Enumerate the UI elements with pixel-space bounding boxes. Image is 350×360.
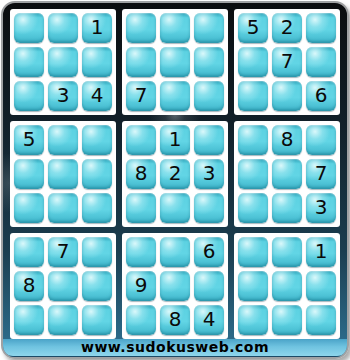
cell-r7c5[interactable] xyxy=(160,237,190,267)
box-3-1: 78 xyxy=(10,233,116,339)
cell-r9c4[interactable] xyxy=(126,305,156,335)
cell-r3c6[interactable] xyxy=(194,81,224,111)
cell-r1c8[interactable]: 2 xyxy=(272,13,302,43)
cell-r4c8[interactable]: 8 xyxy=(272,125,302,155)
cell-r3c2[interactable]: 3 xyxy=(48,81,78,111)
cell-r5c7[interactable] xyxy=(238,159,268,189)
box-2-2: 1823 xyxy=(122,121,228,227)
cell-r1c7[interactable]: 5 xyxy=(238,13,268,43)
cell-r9c3[interactable] xyxy=(82,305,112,335)
cell-r4c7[interactable] xyxy=(238,125,268,155)
cell-r4c4[interactable] xyxy=(126,125,156,155)
cell-r6c6[interactable] xyxy=(194,193,224,223)
cell-r2c9[interactable] xyxy=(306,47,336,77)
cell-r8c9[interactable] xyxy=(306,271,336,301)
given-digit: 8 xyxy=(135,163,148,183)
cell-r9c2[interactable] xyxy=(48,305,78,335)
given-digit: 1 xyxy=(169,129,182,149)
cell-r2c4[interactable] xyxy=(126,47,156,77)
cell-r6c9[interactable]: 3 xyxy=(306,193,336,223)
sudoku-frame: 13475276518238737869841 www.sudokusweb.c… xyxy=(1,1,349,359)
cell-r6c2[interactable] xyxy=(48,193,78,223)
cell-r8c1[interactable]: 8 xyxy=(14,271,44,301)
cell-r3c1[interactable] xyxy=(14,81,44,111)
cell-r5c5[interactable]: 2 xyxy=(160,159,190,189)
cell-r9c1[interactable] xyxy=(14,305,44,335)
given-digit: 3 xyxy=(57,85,70,105)
cell-r1c2[interactable] xyxy=(48,13,78,43)
cell-r1c9[interactable] xyxy=(306,13,336,43)
cell-r9c8[interactable] xyxy=(272,305,302,335)
cell-r1c1[interactable] xyxy=(14,13,44,43)
cell-r3c7[interactable] xyxy=(238,81,268,111)
cell-r5c8[interactable] xyxy=(272,159,302,189)
cell-r8c5[interactable] xyxy=(160,271,190,301)
given-digit: 1 xyxy=(91,17,104,37)
cell-r7c2[interactable]: 7 xyxy=(48,237,78,267)
cell-r3c4[interactable]: 7 xyxy=(126,81,156,111)
box-3-3: 1 xyxy=(234,233,340,339)
given-digit: 7 xyxy=(57,241,70,261)
cell-r9c7[interactable] xyxy=(238,305,268,335)
box-1-3: 5276 xyxy=(234,9,340,115)
box-1-1: 134 xyxy=(10,9,116,115)
cell-r2c1[interactable] xyxy=(14,47,44,77)
cell-r6c8[interactable] xyxy=(272,193,302,223)
given-digit: 8 xyxy=(23,275,36,295)
cell-r9c9[interactable] xyxy=(306,305,336,335)
cell-r6c7[interactable] xyxy=(238,193,268,223)
box-3-2: 6984 xyxy=(122,233,228,339)
cell-r1c3[interactable]: 1 xyxy=(82,13,112,43)
cell-r5c2[interactable] xyxy=(48,159,78,189)
cell-r4c1[interactable]: 5 xyxy=(14,125,44,155)
cell-r2c3[interactable] xyxy=(82,47,112,77)
box-2-3: 873 xyxy=(234,121,340,227)
given-digit: 6 xyxy=(203,241,216,261)
site-url: www.sudokusweb.com xyxy=(81,339,269,356)
cell-r2c7[interactable] xyxy=(238,47,268,77)
cell-r1c5[interactable] xyxy=(160,13,190,43)
cell-r2c6[interactable] xyxy=(194,47,224,77)
given-digit: 8 xyxy=(169,309,182,329)
given-digit: 9 xyxy=(135,275,148,295)
given-digit: 1 xyxy=(315,241,328,261)
cell-r7c8[interactable] xyxy=(272,237,302,267)
cell-r4c3[interactable] xyxy=(82,125,112,155)
cell-r8c2[interactable] xyxy=(48,271,78,301)
cell-r4c5[interactable]: 1 xyxy=(160,125,190,155)
cell-r4c2[interactable] xyxy=(48,125,78,155)
cell-r3c8[interactable] xyxy=(272,81,302,111)
given-digit: 5 xyxy=(247,17,260,37)
cell-r3c5[interactable] xyxy=(160,81,190,111)
given-digit: 6 xyxy=(315,85,328,105)
footer-bar: www.sudokusweb.com xyxy=(3,339,347,359)
given-digit: 5 xyxy=(23,129,36,149)
cell-r7c3[interactable] xyxy=(82,237,112,267)
cell-r8c3[interactable] xyxy=(82,271,112,301)
sudoku-board: 13475276518238737869841 xyxy=(10,9,340,339)
cell-r5c6[interactable]: 3 xyxy=(194,159,224,189)
cell-r9c5[interactable]: 8 xyxy=(160,305,190,335)
cell-r6c4[interactable] xyxy=(126,193,156,223)
cell-r2c2[interactable] xyxy=(48,47,78,77)
cell-r5c1[interactable] xyxy=(14,159,44,189)
box-1-2: 7 xyxy=(122,9,228,115)
cell-r8c6[interactable] xyxy=(194,271,224,301)
cell-r1c4[interactable] xyxy=(126,13,156,43)
cell-r6c5[interactable] xyxy=(160,193,190,223)
cell-r5c3[interactable] xyxy=(82,159,112,189)
cell-r5c9[interactable]: 7 xyxy=(306,159,336,189)
given-digit: 7 xyxy=(135,85,148,105)
given-digit: 8 xyxy=(281,129,294,149)
cell-r3c3[interactable]: 4 xyxy=(82,81,112,111)
given-digit: 3 xyxy=(315,197,328,217)
given-digit: 4 xyxy=(91,85,104,105)
given-digit: 7 xyxy=(281,51,294,71)
cell-r4c6[interactable] xyxy=(194,125,224,155)
cell-r1c6[interactable] xyxy=(194,13,224,43)
cell-r7c7[interactable] xyxy=(238,237,268,267)
box-2-1: 5 xyxy=(10,121,116,227)
given-digit: 2 xyxy=(169,163,182,183)
cell-r9c6[interactable]: 4 xyxy=(194,305,224,335)
given-digit: 4 xyxy=(203,309,216,329)
cell-r5c4[interactable]: 8 xyxy=(126,159,156,189)
cell-r8c8[interactable] xyxy=(272,271,302,301)
given-digit: 7 xyxy=(315,163,328,183)
cell-r2c8[interactable]: 7 xyxy=(272,47,302,77)
page: 13475276518238737869841 www.sudokusweb.c… xyxy=(0,1,350,360)
cell-r6c1[interactable] xyxy=(14,193,44,223)
cell-r4c9[interactable] xyxy=(306,125,336,155)
cell-r7c9[interactable]: 1 xyxy=(306,237,336,267)
cell-r2c5[interactable] xyxy=(160,47,190,77)
cell-r6c3[interactable] xyxy=(82,193,112,223)
cell-r7c4[interactable] xyxy=(126,237,156,267)
given-digit: 3 xyxy=(203,163,216,183)
cell-r8c4[interactable]: 9 xyxy=(126,271,156,301)
cell-r7c1[interactable] xyxy=(14,237,44,267)
cell-r7c6[interactable]: 6 xyxy=(194,237,224,267)
cell-r3c9[interactable]: 6 xyxy=(306,81,336,111)
given-digit: 2 xyxy=(281,17,294,37)
cell-r8c7[interactable] xyxy=(238,271,268,301)
